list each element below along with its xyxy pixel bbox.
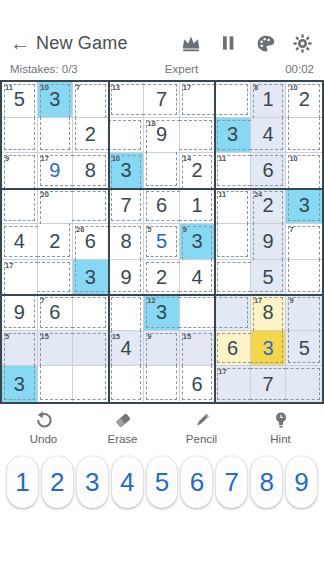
status-row: Mistakes: 0/3 Expert 00:02 [0, 60, 324, 78]
cell-4-7[interactable]: 9 [251, 224, 287, 260]
given-digit: 4 [180, 260, 215, 295]
cell-7-2[interactable] [73, 331, 109, 367]
cage-sum-label: 17 [183, 83, 191, 92]
cell-1-8[interactable] [286, 118, 322, 154]
cell-0-0[interactable]: 115 [2, 82, 38, 118]
pencil-icon [192, 410, 212, 430]
cage-sum-label: 14 [183, 154, 191, 163]
cell-4-8[interactable]: 7 [286, 224, 322, 260]
numpad-2[interactable]: 2 [42, 456, 73, 508]
cell-2-7[interactable]: 6 [251, 153, 287, 189]
cage-sum-label: 17 [41, 154, 49, 163]
cage-sum-label: 11 [218, 190, 226, 199]
given-digit: 6 [144, 189, 179, 224]
cage-sum-label: 9 [289, 296, 293, 305]
cell-7-4[interactable]: 9 [144, 331, 180, 367]
given-digit: 3 [2, 366, 37, 402]
undo-label: Undo [30, 433, 58, 445]
undo-button[interactable]: Undo [14, 410, 74, 445]
sudoku-board: 1151037137178110221893491798103142116102… [0, 80, 324, 404]
cage-sum-label: 18 [147, 119, 155, 128]
cage-sum-label: 15 [183, 332, 191, 341]
given-digit: 9 [109, 260, 144, 295]
back-button[interactable]: ← [10, 32, 36, 55]
cell-3-4[interactable]: 6 [144, 189, 180, 225]
cell-6-1[interactable]: 76 [38, 295, 74, 331]
cell-8-0[interactable]: 3 [2, 366, 38, 402]
cage-sum-label: 10 [41, 83, 49, 92]
user-digit: 3 [251, 331, 286, 366]
given-digit: 5 [251, 260, 286, 295]
cell-2-3[interactable]: 103 [109, 153, 145, 189]
numpad-6[interactable]: 6 [181, 456, 212, 508]
palette-icon[interactable] [253, 31, 277, 55]
cage-sum-label: 17 [254, 296, 262, 305]
numpad-4[interactable]: 4 [112, 456, 143, 508]
cell-2-2[interactable]: 8 [73, 153, 109, 189]
given-digit: 7 [251, 366, 286, 402]
difficulty-label: Expert [78, 63, 285, 75]
cage-sum-label: 7 [41, 296, 45, 305]
cell-7-8[interactable]: 5 [286, 331, 322, 367]
number-pad: 123456789 [0, 456, 324, 508]
numpad-1[interactable]: 1 [7, 456, 38, 508]
cell-1-1[interactable] [38, 118, 74, 154]
cell-7-1[interactable]: 15 [38, 331, 74, 367]
numpad-3[interactable]: 3 [77, 456, 108, 508]
cell-5-3[interactable]: 9 [109, 260, 145, 296]
cell-2-1[interactable]: 179 [38, 153, 74, 189]
cell-0-2[interactable]: 7 [73, 82, 109, 118]
cell-7-0[interactable]: 5 [2, 331, 38, 367]
cell-7-6[interactable]: 6 [215, 331, 251, 367]
killer-sudoku-app: ← New Game Mistakes: 0/3 Expert 00:02 11… [0, 0, 324, 576]
cage-sum-label: 9 [183, 225, 187, 234]
erase-label: Erase [107, 433, 137, 445]
cell-8-8[interactable] [286, 366, 322, 402]
cage-sum-label: 11 [5, 83, 13, 92]
undo-icon [34, 410, 54, 430]
cage-sum-label: 5 [147, 225, 151, 234]
cage-sum-label: 26 [76, 225, 84, 234]
cell-8-1[interactable] [38, 366, 74, 402]
cage-sum-label: 7 [289, 225, 293, 234]
top-bar: ← New Game [0, 26, 324, 60]
cell-1-3[interactable] [109, 118, 145, 154]
cell-0-3[interactable]: 13 [109, 82, 145, 118]
lightbulb-icon [271, 410, 291, 430]
cage-sum-label: 5 [5, 332, 9, 341]
cage-sum-label: 15 [41, 332, 49, 341]
hint-label: Hint [270, 433, 290, 445]
cell-8-6[interactable]: 17 [215, 366, 251, 402]
cage-sum-label: 10 [289, 83, 297, 92]
cell-7-7[interactable]: 3 [251, 331, 287, 367]
cage-sum-label: 13 [112, 83, 120, 92]
cell-6-7[interactable]: 178 [251, 295, 287, 331]
crown-icon[interactable] [179, 31, 203, 55]
cell-3-5[interactable]: 1 [180, 189, 216, 225]
cage-sum-label: 12 [147, 296, 155, 305]
cell-5-4[interactable]: 2 [144, 260, 180, 296]
numpad-5[interactable]: 5 [147, 456, 178, 508]
numpad-8[interactable]: 8 [251, 456, 282, 508]
cell-4-0[interactable]: 4 [2, 224, 38, 260]
cell-1-0[interactable] [2, 118, 38, 154]
gear-icon[interactable] [290, 31, 314, 55]
cell-1-2[interactable]: 2 [73, 118, 109, 154]
toolbar: Undo Erase Pencil Hint [0, 410, 324, 445]
given-digit: 8 [109, 224, 144, 259]
cell-3-7[interactable]: 242 [251, 189, 287, 225]
cell-5-1[interactable] [38, 260, 74, 296]
cell-2-8[interactable]: 10 [286, 153, 322, 189]
cell-3-8[interactable]: 3 [286, 189, 322, 225]
given-digit: 8 [73, 153, 108, 188]
page-title: New Game [36, 33, 128, 54]
given-digit: 1 [180, 189, 215, 224]
pause-icon[interactable] [216, 31, 240, 55]
given-digit: 2 [38, 224, 73, 259]
cell-6-2[interactable] [73, 295, 109, 331]
cell-5-7[interactable]: 5 [251, 260, 287, 296]
cell-8-5[interactable]: 6 [180, 366, 216, 402]
mistakes-counter: Mistakes: 0/3 [10, 63, 78, 75]
cell-3-2[interactable] [73, 189, 109, 225]
cell-5-2[interactable]: 3 [73, 260, 109, 296]
given-digit: 3 [215, 118, 250, 153]
given-digit: 3 [286, 189, 322, 224]
cell-8-7[interactable]: 7 [251, 366, 287, 402]
cage-sum-label: 17 [5, 261, 13, 270]
cell-0-6[interactable] [215, 82, 251, 118]
hint-button[interactable]: Hint [251, 410, 311, 445]
cage-sum-label: 9 [5, 154, 9, 163]
cell-0-1[interactable]: 103 [38, 82, 74, 118]
given-digit: 7 [144, 82, 179, 117]
cell-6-8[interactable]: 9 [286, 295, 322, 331]
cage-sum-label: 11 [218, 154, 226, 163]
pencil-button[interactable]: Pencil [172, 410, 232, 445]
cage-sum-label: 8 [254, 83, 258, 92]
cell-2-6[interactable]: 11 [215, 153, 251, 189]
cell-7-3[interactable]: 154 [109, 331, 145, 367]
cell-3-1[interactable]: 20 [38, 189, 74, 225]
cell-4-5[interactable]: 93 [180, 224, 216, 260]
given-digit: 9 [251, 224, 286, 259]
cage-sum-label: 20 [41, 190, 49, 199]
given-digit: 2 [144, 260, 179, 295]
cell-4-1[interactable]: 2 [38, 224, 74, 260]
sudoku-grid: 1151037137178110221893491798103142116102… [2, 82, 322, 402]
given-digit: 3 [73, 260, 108, 295]
cell-4-6[interactable] [215, 224, 251, 260]
given-digit: 2 [73, 118, 108, 153]
cell-0-8[interactable]: 102 [286, 82, 322, 118]
erase-button[interactable]: Erase [93, 410, 153, 445]
cell-4-2[interactable]: 266 [73, 224, 109, 260]
cell-2-4[interactable] [144, 153, 180, 189]
cell-1-6[interactable]: 3 [215, 118, 251, 154]
cell-0-4[interactable]: 7 [144, 82, 180, 118]
cell-3-3[interactable]: 7 [109, 189, 145, 225]
given-digit: 5 [286, 331, 322, 366]
cell-6-4[interactable]: 123 [144, 295, 180, 331]
cell-0-7[interactable]: 81 [251, 82, 287, 118]
cell-4-4[interactable]: 55 [144, 224, 180, 260]
cell-8-2[interactable] [73, 366, 109, 402]
cage-sum-label: 10 [289, 154, 297, 163]
given-digit: 6 [180, 366, 215, 402]
cell-5-8[interactable] [286, 260, 322, 296]
cage-sum-label: 24 [254, 190, 262, 199]
cell-5-5[interactable]: 4 [180, 260, 216, 296]
given-digit: 7 [109, 189, 144, 224]
given-digit: 6 [215, 331, 250, 366]
cell-1-7[interactable]: 4 [251, 118, 287, 154]
cell-4-3[interactable]: 8 [109, 224, 145, 260]
cell-2-0[interactable]: 9 [2, 153, 38, 189]
cell-2-5[interactable]: 142 [180, 153, 216, 189]
timer: 00:02 [285, 63, 314, 75]
given-digit: 4 [251, 118, 286, 153]
cell-5-6[interactable] [215, 260, 251, 296]
cell-8-3[interactable] [109, 366, 145, 402]
cage-sum-label: 10 [112, 154, 120, 163]
eraser-icon [113, 410, 133, 430]
numpad-7[interactable]: 7 [216, 456, 247, 508]
cage-sum-label: 7 [76, 83, 80, 92]
cell-8-4[interactable] [144, 366, 180, 402]
cell-3-0[interactable] [2, 189, 38, 225]
cell-6-6[interactable] [215, 295, 251, 331]
cell-6-5[interactable] [180, 295, 216, 331]
cell-1-4[interactable]: 189 [144, 118, 180, 154]
cage-sum-label: 9 [147, 332, 151, 341]
pencil-label: Pencil [186, 433, 217, 445]
cell-1-5[interactable] [180, 118, 216, 154]
cell-6-0[interactable]: 9 [2, 295, 38, 331]
numpad-9[interactable]: 9 [286, 456, 317, 508]
given-digit: 4 [2, 224, 37, 259]
given-digit: 6 [251, 153, 286, 188]
cell-0-5[interactable]: 17 [180, 82, 216, 118]
cell-3-6[interactable]: 11 [215, 189, 251, 225]
cage-sum-label: 15 [112, 332, 120, 341]
given-digit: 9 [2, 295, 37, 330]
cell-5-0[interactable]: 17 [2, 260, 38, 296]
cell-7-5[interactable]: 15 [180, 331, 216, 367]
cage-sum-label: 17 [218, 367, 226, 376]
cell-6-3[interactable] [109, 295, 145, 331]
